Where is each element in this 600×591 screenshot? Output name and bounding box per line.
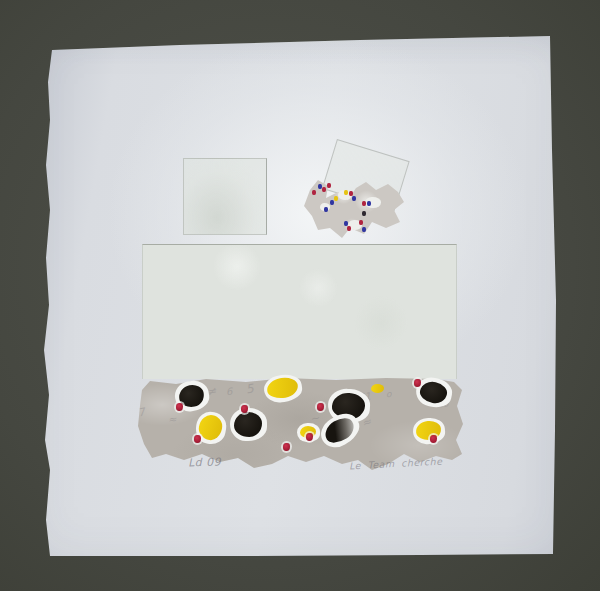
artist-signature: Ld 09 [188,455,222,469]
main-plate-mark [142,244,457,379]
small-plate-mark [183,158,267,235]
